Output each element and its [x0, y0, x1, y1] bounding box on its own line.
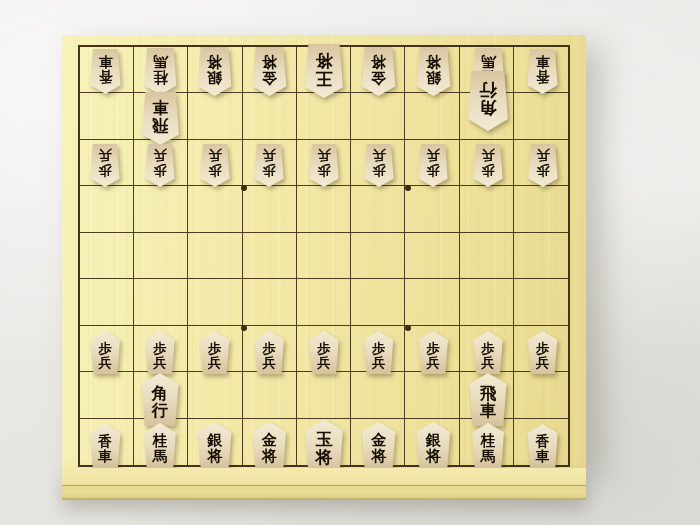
piece-kanji: 歩 — [427, 341, 441, 355]
shogi-piece-lance[interactable]: 香車 — [525, 424, 560, 469]
piece-face: 歩兵 — [416, 144, 450, 187]
piece-kanji: 兵 — [481, 149, 495, 163]
piece-kanji: 馬 — [481, 449, 496, 464]
shogi-piece-rook[interactable]: 飛車 — [467, 373, 510, 426]
shogi-piece-silver[interactable]: 銀将 — [414, 422, 453, 471]
piece-face: 金将 — [359, 422, 398, 471]
piece-kanji: 兵 — [153, 149, 167, 163]
piece-kanji: 兵 — [372, 149, 386, 163]
shogi-piece-pawn[interactable]: 歩兵 — [143, 144, 177, 187]
piece-kanji: 桂 — [153, 433, 168, 448]
piece-kanji: 将 — [426, 449, 441, 465]
shogi-piece-gold[interactable]: 金将 — [359, 422, 398, 471]
shogi-piece-bishop[interactable]: 角行 — [465, 71, 511, 131]
piece-kanji: 車 — [98, 55, 112, 70]
piece-kanji: 歩 — [153, 341, 167, 355]
piece-face: 金将 — [250, 47, 289, 96]
shogi-piece-pawn[interactable]: 歩兵 — [307, 144, 341, 187]
piece-kanji: 桂 — [481, 433, 496, 448]
shogi-piece-knight[interactable]: 桂馬 — [470, 423, 507, 470]
shogi-piece-pawn[interactable]: 歩兵 — [198, 331, 232, 374]
shogi-piece-pawn[interactable]: 歩兵 — [307, 331, 341, 374]
piece-kanji: 歩 — [536, 163, 550, 177]
piece-kanji: 将 — [426, 54, 441, 70]
shogi-piece-lance[interactable]: 香車 — [88, 424, 123, 469]
piece-kanji: 兵 — [208, 355, 222, 369]
piece-face: 銀将 — [414, 47, 453, 96]
piece-kanji: 将 — [316, 52, 333, 70]
piece-kanji: 玉 — [316, 431, 333, 449]
piece-face: 香車 — [525, 424, 560, 469]
piece-kanji: 将 — [207, 449, 222, 465]
piece-face: 歩兵 — [143, 331, 177, 374]
piece-kanji: 車 — [98, 449, 112, 464]
piece-kanji: 車 — [480, 402, 497, 419]
shogi-piece-pawn[interactable]: 歩兵 — [526, 144, 560, 187]
piece-kanji: 兵 — [263, 149, 277, 163]
piece-face: 歩兵 — [307, 144, 341, 187]
piece-kanji: 兵 — [153, 355, 167, 369]
shogi-piece-rook[interactable]: 飛車 — [139, 92, 182, 145]
piece-kanji: 飛 — [152, 116, 169, 133]
piece-kanji: 兵 — [536, 355, 550, 369]
piece-kanji: 将 — [316, 449, 333, 467]
piece-kanji: 歩 — [372, 341, 386, 355]
piece-kanji: 歩 — [208, 163, 222, 177]
shogi-piece-pawn[interactable]: 歩兵 — [416, 331, 450, 374]
shogi-piece-king[interactable]: 王将 — [302, 44, 346, 98]
piece-face: 歩兵 — [88, 144, 122, 187]
piece-kanji: 兵 — [263, 355, 277, 369]
piece-kanji: 香 — [536, 69, 550, 84]
piece-kanji: 歩 — [99, 341, 113, 355]
board-surface: 香車桂馬銀将金将王将金将銀将桂馬香車飛車角行歩兵歩兵歩兵歩兵歩兵歩兵歩兵歩兵歩兵… — [62, 35, 586, 468]
piece-kanji: 兵 — [481, 355, 495, 369]
piece-face: 玉将 — [302, 420, 346, 474]
piece-face: 飛車 — [467, 373, 510, 426]
piece-face: 歩兵 — [526, 144, 560, 187]
piece-kanji: 香 — [536, 434, 550, 449]
shogi-piece-pawn[interactable]: 歩兵 — [526, 331, 560, 374]
piece-kanji: 将 — [371, 54, 386, 70]
piece-kanji: 車 — [536, 55, 550, 70]
piece-kanji: 銀 — [426, 69, 441, 85]
piece-kanji: 車 — [536, 449, 550, 464]
piece-kanji: 兵 — [208, 149, 222, 163]
piece-kanji: 馬 — [153, 54, 168, 69]
piece-kanji: 歩 — [208, 341, 222, 355]
piece-face: 歩兵 — [307, 331, 341, 374]
piece-kanji: 香 — [98, 434, 112, 449]
piece-face: 香車 — [88, 424, 123, 469]
shogi-piece-pawn[interactable]: 歩兵 — [362, 331, 396, 374]
piece-kanji: 兵 — [427, 355, 441, 369]
piece-kanji: 馬 — [481, 54, 496, 69]
piece-face: 歩兵 — [88, 331, 122, 374]
shogi-piece-gold[interactable]: 金将 — [359, 47, 398, 96]
shogi-piece-silver[interactable]: 銀将 — [195, 422, 234, 471]
shogi-piece-pawn[interactable]: 歩兵 — [416, 144, 450, 187]
piece-kanji: 兵 — [99, 149, 113, 163]
piece-kanji: 歩 — [427, 163, 441, 177]
shogi-piece-gold[interactable]: 金将 — [250, 47, 289, 96]
shogi-piece-lance[interactable]: 香車 — [525, 49, 560, 94]
piece-face: 桂馬 — [470, 423, 507, 470]
piece-face: 銀将 — [195, 422, 234, 471]
piece-face: 歩兵 — [198, 331, 232, 374]
piece-kanji: 行 — [479, 81, 497, 99]
piece-face: 香車 — [88, 49, 123, 94]
piece-kanji: 歩 — [481, 163, 495, 177]
piece-kanji: 兵 — [99, 355, 113, 369]
piece-kanji: 香 — [98, 69, 112, 84]
shogi-board: 香車桂馬銀将金将王将金将銀将桂馬香車飛車角行歩兵歩兵歩兵歩兵歩兵歩兵歩兵歩兵歩兵… — [62, 35, 586, 498]
board-front-edge — [62, 468, 586, 500]
piece-face: 歩兵 — [198, 144, 232, 187]
piece-kanji: 馬 — [153, 449, 168, 464]
piece-kanji: 歩 — [317, 163, 331, 177]
piece-face: 歩兵 — [252, 331, 286, 374]
piece-face: 銀将 — [414, 422, 453, 471]
piece-face: 歩兵 — [252, 144, 286, 187]
piece-kanji: 将 — [371, 449, 386, 465]
piece-face: 桂馬 — [142, 48, 179, 95]
piece-face: 歩兵 — [471, 144, 505, 187]
piece-face: 金将 — [250, 422, 289, 471]
shogi-piece-pawn[interactable]: 歩兵 — [471, 144, 505, 187]
piece-face: 銀将 — [195, 47, 234, 96]
piece-face: 桂馬 — [142, 423, 179, 470]
piece-kanji: 角 — [479, 99, 497, 117]
piece-kanji: 歩 — [536, 341, 550, 355]
shogi-piece-pawn[interactable]: 歩兵 — [88, 144, 122, 187]
piece-kanji: 兵 — [317, 355, 331, 369]
piece-kanji: 飛 — [480, 385, 497, 402]
shogi-piece-pawn[interactable]: 歩兵 — [252, 144, 286, 187]
piece-face: 飛車 — [139, 92, 182, 145]
piece-kanji: 兵 — [536, 149, 550, 163]
piece-kanji: 銀 — [207, 69, 222, 85]
shogi-piece-pawn[interactable]: 歩兵 — [471, 331, 505, 374]
piece-kanji: 将 — [262, 54, 277, 70]
piece-face: 歩兵 — [362, 331, 396, 374]
piece-kanji: 行 — [152, 402, 169, 419]
piece-face: 金将 — [359, 47, 398, 96]
shogi-piece-knight[interactable]: 桂馬 — [142, 423, 179, 470]
shogi-piece-silver[interactable]: 銀将 — [195, 47, 234, 96]
shogi-piece-bishop[interactable]: 角行 — [139, 373, 182, 426]
piece-kanji: 歩 — [153, 163, 167, 177]
piece-kanji: 歩 — [481, 341, 495, 355]
piece-face: 歩兵 — [362, 144, 396, 187]
piece-face: 歩兵 — [416, 331, 450, 374]
piece-kanji: 桂 — [153, 69, 168, 84]
shogi-piece-pawn[interactable]: 歩兵 — [252, 331, 286, 374]
piece-kanji: 兵 — [317, 149, 331, 163]
piece-kanji: 将 — [207, 54, 222, 70]
piece-kanji: 王 — [316, 69, 333, 87]
piece-kanji: 兵 — [427, 149, 441, 163]
piece-kanji: 将 — [262, 449, 277, 465]
piece-face: 角行 — [139, 373, 182, 426]
piece-kanji: 歩 — [263, 163, 277, 177]
piece-kanji: 金 — [371, 69, 386, 85]
shogi-piece-pawn[interactable]: 歩兵 — [362, 144, 396, 187]
piece-kanji: 歩 — [99, 163, 113, 177]
shogi-piece-pawn[interactable]: 歩兵 — [198, 144, 232, 187]
shogi-piece-pawn[interactable]: 歩兵 — [88, 331, 122, 374]
shogi-piece-silver[interactable]: 銀将 — [414, 47, 453, 96]
shogi-piece-pawn[interactable]: 歩兵 — [143, 331, 177, 374]
shogi-piece-lance[interactable]: 香車 — [88, 49, 123, 94]
pieces-layer: 香車桂馬銀将金将王将金将銀将桂馬香車飛車角行歩兵歩兵歩兵歩兵歩兵歩兵歩兵歩兵歩兵… — [78, 45, 570, 467]
shogi-piece-knight[interactable]: 桂馬 — [142, 48, 179, 95]
piece-face: 歩兵 — [143, 144, 177, 187]
piece-kanji: 金 — [262, 69, 277, 85]
piece-kanji: 歩 — [263, 341, 277, 355]
piece-kanji: 車 — [152, 99, 169, 116]
shogi-piece-king[interactable]: 玉将 — [302, 420, 346, 474]
piece-face: 香車 — [525, 49, 560, 94]
piece-face: 歩兵 — [526, 331, 560, 374]
shogi-piece-gold[interactable]: 金将 — [250, 422, 289, 471]
piece-kanji: 歩 — [372, 163, 386, 177]
piece-face: 角行 — [465, 71, 511, 131]
piece-face: 歩兵 — [471, 331, 505, 374]
piece-kanji: 兵 — [372, 355, 386, 369]
piece-face: 王将 — [302, 44, 346, 98]
piece-kanji: 角 — [152, 385, 169, 402]
piece-kanji: 歩 — [317, 341, 331, 355]
